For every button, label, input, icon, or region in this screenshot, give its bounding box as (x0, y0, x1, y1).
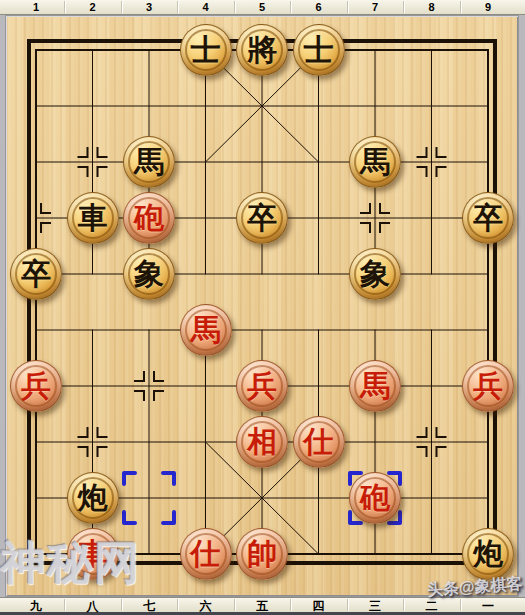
piece-red-cannon[interactable]: 砲 (123, 192, 175, 244)
piece-character: 將 (247, 35, 277, 65)
piece-character: 士 (304, 35, 334, 65)
piece-character: 炮 (473, 539, 503, 569)
board-grid (0, 0, 525, 615)
piece-character: 車 (78, 203, 108, 233)
piece-black-horse[interactable]: 馬 (123, 136, 175, 188)
piece-character: 馬 (360, 147, 390, 177)
piece-black-elephant[interactable]: 象 (123, 248, 175, 300)
piece-character: 仕 (191, 539, 221, 569)
piece-red-horse[interactable]: 馬 (349, 360, 401, 412)
piece-red-soldier[interactable]: 兵 (10, 360, 62, 412)
piece-black-chariot[interactable]: 車 (67, 192, 119, 244)
piece-black-cannon[interactable]: 炮 (462, 528, 514, 580)
piece-character: 卒 (21, 259, 51, 289)
piece-black-general[interactable]: 將 (236, 24, 288, 76)
piece-character: 兵 (247, 371, 277, 401)
piece-character: 帥 (247, 539, 277, 569)
piece-character: 砲 (134, 203, 164, 233)
piece-character: 兵 (473, 371, 503, 401)
piece-character: 馬 (191, 315, 221, 345)
piece-character: 兵 (21, 371, 51, 401)
piece-red-general[interactable]: 帥 (236, 528, 288, 580)
piece-red-elephant[interactable]: 相 (236, 416, 288, 468)
piece-red-horse[interactable]: 馬 (180, 304, 232, 356)
piece-black-soldier[interactable]: 卒 (462, 192, 514, 244)
piece-black-elephant[interactable]: 象 (349, 248, 401, 300)
piece-character: 士 (191, 35, 221, 65)
piece-character: 砲 (360, 483, 390, 513)
piece-red-cannon[interactable]: 砲 (349, 472, 401, 524)
piece-red-soldier[interactable]: 兵 (236, 360, 288, 412)
piece-character: 仕 (304, 427, 334, 457)
piece-red-soldier[interactable]: 兵 (462, 360, 514, 412)
xiangqi-app-window: 士將士馬馬車砲卒卒卒象象馬兵兵馬兵相仕炮砲車仕帥炮 123456789 九八七六… (0, 0, 525, 615)
piece-red-advisor[interactable]: 仕 (293, 416, 345, 468)
piece-black-soldier[interactable]: 卒 (10, 248, 62, 300)
piece-character: 象 (360, 259, 390, 289)
piece-character: 相 (247, 427, 277, 457)
piece-character: 車 (78, 539, 108, 569)
piece-red-advisor[interactable]: 仕 (180, 528, 232, 580)
piece-character: 馬 (360, 371, 390, 401)
piece-black-horse[interactable]: 馬 (349, 136, 401, 188)
piece-character: 卒 (247, 203, 277, 233)
piece-character: 象 (134, 259, 164, 289)
piece-red-chariot[interactable]: 車 (67, 528, 119, 580)
piece-black-advisor[interactable]: 士 (293, 24, 345, 76)
piece-character: 卒 (473, 203, 503, 233)
piece-black-cannon[interactable]: 炮 (67, 472, 119, 524)
piece-black-soldier[interactable]: 卒 (236, 192, 288, 244)
piece-character: 馬 (134, 147, 164, 177)
piece-character: 炮 (78, 483, 108, 513)
piece-black-advisor[interactable]: 士 (180, 24, 232, 76)
